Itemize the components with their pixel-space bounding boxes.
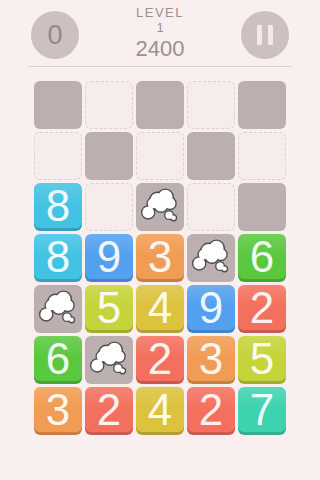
blocked-cell (34, 81, 82, 129)
number-tile-2[interactable]: 2 (85, 387, 133, 435)
empty-cell[interactable] (34, 132, 82, 180)
number-tile-7[interactable]: 7 (238, 387, 286, 435)
number-tile-6[interactable]: 6 (34, 336, 82, 384)
number-tile-4[interactable]: 4 (136, 285, 184, 333)
empty-cell[interactable] (136, 132, 184, 180)
number-tile-2[interactable]: 2 (238, 285, 286, 333)
smoke-cloud-tile (136, 183, 184, 231)
number-tile-9[interactable]: 9 (85, 234, 133, 282)
number-tile-3[interactable]: 3 (34, 387, 82, 435)
empty-cell[interactable] (238, 132, 286, 180)
blocked-cell (85, 132, 133, 180)
empty-cell[interactable] (85, 81, 133, 129)
pause-button[interactable] (241, 11, 289, 59)
smoke-cloud-tile (85, 336, 133, 384)
blocked-cell (238, 183, 286, 231)
smoke-cloud-icon (38, 290, 78, 328)
number-tile-9[interactable]: 9 (187, 285, 235, 333)
number-tile-3[interactable]: 3 (136, 234, 184, 282)
number-tile-2[interactable]: 2 (187, 387, 235, 435)
smoke-cloud-tile (34, 285, 82, 333)
blocked-cell (136, 81, 184, 129)
board: 889365492623532427 (34, 81, 286, 435)
smoke-cloud-icon (89, 341, 129, 379)
header-divider (28, 66, 292, 67)
number-tile-4[interactable]: 4 (136, 387, 184, 435)
number-tile-5[interactable]: 5 (238, 336, 286, 384)
empty-cell[interactable] (187, 183, 235, 231)
smoke-cloud-tile (187, 234, 235, 282)
number-tile-5[interactable]: 5 (85, 285, 133, 333)
blocked-cell (187, 132, 235, 180)
header-bar: 0 LEVEL 1 2400 (0, 0, 320, 66)
number-tile-3[interactable]: 3 (187, 336, 235, 384)
number-tile-8[interactable]: 8 (34, 234, 82, 282)
number-tile-8[interactable]: 8 (34, 183, 82, 231)
empty-cell[interactable] (187, 81, 235, 129)
pause-icon (257, 25, 273, 45)
smoke-cloud-icon (191, 239, 231, 277)
blocked-cell (238, 81, 286, 129)
empty-cell[interactable] (85, 183, 133, 231)
smoke-cloud-icon (140, 188, 180, 226)
number-tile-2[interactable]: 2 (136, 336, 184, 384)
number-tile-6[interactable]: 6 (238, 234, 286, 282)
